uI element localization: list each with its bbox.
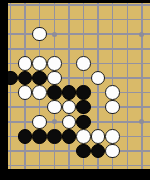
black-stone: ● (47, 129, 62, 144)
white-stone: ○ (18, 56, 33, 71)
white-stone: ○ (18, 85, 33, 100)
white-stone: ○ (91, 71, 106, 86)
white-stone: ○ (47, 100, 62, 115)
white-stone: ○ (105, 100, 120, 115)
app-window: ○○○○○●●●○○○○●●●○○○●○○○●●●●●○○○●●○ (0, 0, 150, 180)
white-stone: ○ (105, 144, 120, 159)
black-stone: ● (32, 71, 47, 86)
white-stone: ○ (32, 56, 47, 71)
white-stone: ○ (62, 115, 77, 130)
white-stone: ○ (47, 56, 62, 71)
black-stone: ● (32, 129, 47, 144)
grid-line-horizontal (8, 33, 150, 35)
white-stone: ○ (47, 71, 62, 86)
black-stone: ● (18, 71, 33, 86)
grid-line-horizontal (8, 19, 150, 21)
white-stone: ○ (105, 85, 120, 100)
grid-line-horizontal (8, 48, 150, 50)
black-stone: ● (76, 85, 91, 100)
black-stone: ● (76, 144, 91, 159)
black-stone: ● (62, 85, 77, 100)
black-stone: ● (76, 100, 91, 115)
white-stone: ○ (32, 115, 47, 130)
star-point (139, 32, 144, 37)
white-stone: ○ (32, 85, 47, 100)
grid-line-horizontal (8, 4, 150, 6)
black-stone: ● (8, 71, 18, 86)
star-point (52, 32, 57, 37)
grid-line-vertical (10, 3, 12, 169)
grid-line-horizontal (8, 165, 150, 167)
grid-line-vertical (127, 3, 129, 169)
black-stone: ● (18, 129, 33, 144)
star-point (139, 119, 144, 124)
black-stone: ● (62, 129, 77, 144)
star-point (52, 119, 57, 124)
white-stone: ○ (76, 56, 91, 71)
black-stone: ● (76, 115, 91, 130)
white-stone: ○ (105, 129, 120, 144)
black-stone: ● (47, 85, 62, 100)
white-stone: ○ (76, 129, 91, 144)
white-stone: ○ (62, 100, 77, 115)
white-stone: ○ (91, 129, 106, 144)
white-stone: ○ (32, 27, 47, 42)
go-board[interactable]: ○○○○○●●●○○○○●●●○○○●○○○●●●●●○○○●●○ (8, 3, 150, 169)
grid-line-vertical (141, 3, 143, 169)
black-stone: ● (91, 144, 106, 159)
